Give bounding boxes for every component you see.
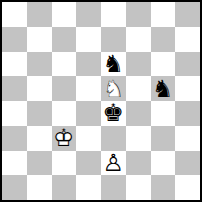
board-square-e8[interactable] bbox=[101, 2, 126, 27]
board-square-b6[interactable] bbox=[27, 52, 52, 77]
board-square-e2[interactable]: ♟♙ bbox=[101, 151, 126, 176]
board-square-b4[interactable] bbox=[27, 101, 52, 126]
board-square-a4[interactable] bbox=[2, 101, 27, 126]
board-square-e3[interactable] bbox=[101, 126, 126, 151]
board-square-b2[interactable] bbox=[27, 151, 52, 176]
black-knight-icon: ♞ bbox=[103, 51, 125, 75]
board-square-h5[interactable] bbox=[175, 76, 200, 101]
board-square-f3[interactable] bbox=[126, 126, 151, 151]
board-square-b1[interactable] bbox=[27, 175, 52, 200]
board-square-c4[interactable] bbox=[52, 101, 77, 126]
board-square-b7[interactable] bbox=[27, 27, 52, 52]
board-square-h2[interactable] bbox=[175, 151, 200, 176]
board-square-d7[interactable] bbox=[76, 27, 101, 52]
board-square-g5[interactable]: ♞ bbox=[151, 76, 176, 101]
board-square-a3[interactable] bbox=[2, 126, 27, 151]
board-square-a7[interactable] bbox=[2, 27, 27, 52]
board-square-a5[interactable] bbox=[2, 76, 27, 101]
board-square-d4[interactable] bbox=[76, 101, 101, 126]
board-square-b8[interactable] bbox=[27, 2, 52, 27]
board-square-h7[interactable] bbox=[175, 27, 200, 52]
board-square-d8[interactable] bbox=[76, 2, 101, 27]
board-square-f2[interactable] bbox=[126, 151, 151, 176]
board-square-g4[interactable] bbox=[151, 101, 176, 126]
board-square-c1[interactable] bbox=[52, 175, 77, 200]
board-square-d3[interactable] bbox=[76, 126, 101, 151]
chess-board: ♞♞♘♞♚♚♔♟♙ bbox=[0, 0, 202, 202]
board-square-f1[interactable] bbox=[126, 175, 151, 200]
board-square-e1[interactable] bbox=[101, 175, 126, 200]
board-square-f5[interactable] bbox=[126, 76, 151, 101]
board-square-h4[interactable] bbox=[175, 101, 200, 126]
board-square-h1[interactable] bbox=[175, 175, 200, 200]
board-square-g7[interactable] bbox=[151, 27, 176, 52]
white-king[interactable]: ♚♔ bbox=[52, 126, 77, 151]
board-square-d6[interactable] bbox=[76, 52, 101, 77]
black-knight[interactable]: ♞ bbox=[101, 52, 126, 77]
board-square-b3[interactable] bbox=[27, 126, 52, 151]
board-square-c2[interactable] bbox=[52, 151, 77, 176]
board-square-e5[interactable]: ♞♘ bbox=[101, 76, 126, 101]
board-square-a2[interactable] bbox=[2, 151, 27, 176]
board-square-d2[interactable] bbox=[76, 151, 101, 176]
board-square-c6[interactable] bbox=[52, 52, 77, 77]
white-king-outline-icon: ♔ bbox=[53, 126, 75, 150]
board-square-f4[interactable] bbox=[126, 101, 151, 126]
board-square-e4[interactable]: ♚ bbox=[101, 101, 126, 126]
board-square-f8[interactable] bbox=[126, 2, 151, 27]
board-square-h6[interactable] bbox=[175, 52, 200, 77]
board-square-c3[interactable]: ♚♔ bbox=[52, 126, 77, 151]
board-square-g1[interactable] bbox=[151, 175, 176, 200]
board-square-g6[interactable] bbox=[151, 52, 176, 77]
board-square-h8[interactable] bbox=[175, 2, 200, 27]
board-square-g3[interactable] bbox=[151, 126, 176, 151]
black-king[interactable]: ♚ bbox=[101, 101, 126, 126]
white-knight[interactable]: ♞♘ bbox=[101, 76, 126, 101]
board-square-e7[interactable] bbox=[101, 27, 126, 52]
board-square-d5[interactable] bbox=[76, 76, 101, 101]
black-king-icon: ♚ bbox=[103, 101, 125, 125]
board-square-a1[interactable] bbox=[2, 175, 27, 200]
board-square-f7[interactable] bbox=[126, 27, 151, 52]
board-square-c5[interactable] bbox=[52, 76, 77, 101]
white-pawn[interactable]: ♟♙ bbox=[101, 151, 126, 176]
board-square-g8[interactable] bbox=[151, 2, 176, 27]
board-square-c8[interactable] bbox=[52, 2, 77, 27]
board-square-a8[interactable] bbox=[2, 2, 27, 27]
white-knight-outline-icon: ♘ bbox=[103, 76, 125, 100]
board-square-a6[interactable] bbox=[2, 52, 27, 77]
white-pawn-outline-icon: ♙ bbox=[103, 150, 125, 174]
board-square-f6[interactable] bbox=[126, 52, 151, 77]
board-square-d1[interactable] bbox=[76, 175, 101, 200]
black-knight[interactable]: ♞ bbox=[151, 76, 176, 101]
board-square-h3[interactable] bbox=[175, 126, 200, 151]
board-square-e6[interactable]: ♞ bbox=[101, 52, 126, 77]
board-square-g2[interactable] bbox=[151, 151, 176, 176]
black-knight-icon: ♞ bbox=[152, 76, 174, 100]
board-square-c7[interactable] bbox=[52, 27, 77, 52]
board-square-b5[interactable] bbox=[27, 76, 52, 101]
